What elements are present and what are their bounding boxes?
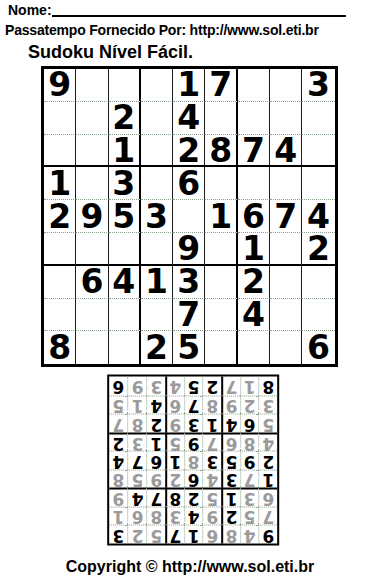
- given-digit: 6: [244, 415, 256, 432]
- name-row: Nome:: [8, 2, 346, 18]
- puzzle-cell-r3c5: 2: [173, 135, 205, 168]
- puzzle-cell-r5c2: 9: [76, 200, 108, 233]
- given-digit: 2: [206, 378, 218, 395]
- solved-digit: 7: [112, 415, 124, 432]
- name-fill-line: [52, 15, 346, 17]
- given-digit: 1: [112, 134, 135, 167]
- solved-digit: 4: [169, 378, 181, 395]
- given-digit: 2: [226, 508, 238, 525]
- puzzle-cell-r9c2: [76, 331, 108, 364]
- given-digit: 9: [80, 200, 103, 233]
- solved-digit: 9: [112, 490, 124, 507]
- given-digit: 2: [48, 200, 71, 233]
- solved-digit: 9: [206, 508, 218, 525]
- puzzle-cell-r1c5: 1: [173, 69, 205, 102]
- solution-cell-r4c4: 4: [202, 470, 221, 489]
- solution-cell-r5c9: 4: [109, 451, 128, 470]
- solved-digit: 7: [226, 378, 238, 395]
- puzzle-cell-r1c6: 7: [205, 69, 237, 102]
- given-digit: 3: [188, 415, 200, 432]
- given-digit: 6: [80, 265, 103, 298]
- given-digit: 3: [226, 471, 238, 488]
- given-digit: 3: [177, 265, 200, 298]
- solved-digit: 4: [244, 526, 256, 543]
- solution-cell-r1c8: 2: [128, 525, 147, 544]
- puzzle-cell-r3c3: 1: [109, 135, 141, 168]
- given-digit: 1: [177, 68, 200, 101]
- given-digit: 1: [150, 434, 162, 451]
- solved-digit: 4: [206, 471, 218, 488]
- puzzle-cell-r2c8: [270, 102, 302, 135]
- solved-digit: 8: [206, 397, 218, 414]
- solution-cell-r8c2: 2: [240, 396, 259, 415]
- solution-cell-r1c4: 6: [202, 525, 221, 544]
- puzzle-cell-r2c2: [76, 102, 108, 135]
- puzzle-cell-r7c8: [270, 266, 302, 299]
- puzzle-cell-r9c6: [205, 331, 237, 364]
- solved-digit: 7: [262, 508, 274, 525]
- solved-digit: 8: [188, 452, 200, 469]
- puzzle-cell-r1c8: [270, 69, 302, 102]
- given-digit: 2: [262, 452, 274, 469]
- solution-cell-r3c4: 5: [202, 488, 221, 507]
- solution-cell-r2c4: 9: [202, 507, 221, 526]
- puzzle-cell-r3c1: [44, 135, 76, 168]
- given-digit: 3: [145, 200, 168, 233]
- puzzle-cell-r3c8: 4: [270, 135, 302, 168]
- puzzle-cell-r5c3: 5: [109, 200, 141, 233]
- solution-cell-r1c1: 9: [259, 525, 278, 544]
- solution-cell-r4c5: 6: [184, 470, 203, 489]
- given-digit: 4: [307, 200, 330, 233]
- puzzle-cell-r7c2: 6: [76, 266, 108, 299]
- puzzle-cell-r4c2: [76, 167, 108, 200]
- puzzle-cell-r5c4: 3: [141, 200, 173, 233]
- given-digit: 7: [188, 397, 200, 414]
- given-digit: 8: [262, 378, 274, 395]
- solution-cell-r2c8: 6: [128, 507, 147, 526]
- given-digit: 4: [226, 415, 238, 432]
- solution-cell-r2c6: 3: [165, 507, 184, 526]
- solution-cell-r5c4: 3: [202, 451, 221, 470]
- given-digit: 9: [244, 452, 256, 469]
- given-digit: 7: [242, 134, 265, 167]
- given-digit: 7: [177, 298, 200, 331]
- solution-cell-r5c7: 6: [146, 451, 165, 470]
- puzzle-cell-r3c6: 8: [205, 135, 237, 168]
- sudoku-puzzle-grid: 917324128741362953167491264132748256: [41, 66, 338, 367]
- puzzle-cell-r4c7: [238, 167, 270, 200]
- solved-digit: 2: [132, 526, 144, 543]
- given-digit: 9: [262, 526, 274, 543]
- solution-cell-r6c6: 5: [165, 433, 184, 452]
- solved-digit: 6: [262, 490, 274, 507]
- given-digit: 8: [209, 134, 232, 167]
- given-digit: 4: [112, 265, 135, 298]
- puzzle-cell-r5c6: 1: [205, 200, 237, 233]
- given-digit: 1: [169, 452, 181, 469]
- solved-digit: 3: [150, 378, 162, 395]
- puzzle-cell-r2c9: [302, 102, 334, 135]
- solution-cell-r4c6: 2: [165, 470, 184, 489]
- solution-cell-r7c5: 3: [184, 414, 203, 433]
- given-digit: 1: [242, 232, 265, 265]
- solution-cell-r7c4: 1: [202, 414, 221, 433]
- puzzle-cell-r6c7: 1: [238, 233, 270, 266]
- solution-cell-r7c9: 7: [109, 414, 128, 433]
- solution-cell-r2c7: 8: [146, 507, 165, 526]
- solution-cell-r9c6: 4: [165, 377, 184, 396]
- solution-cell-r7c1: 5: [259, 414, 278, 433]
- given-digit: 3: [112, 526, 124, 543]
- given-digit: 6: [177, 167, 200, 200]
- solved-digit: 3: [169, 508, 181, 525]
- solution-cell-r4c8: 5: [128, 470, 147, 489]
- puzzle-cell-r6c2: [76, 233, 108, 266]
- puzzle-cell-r7c4: 1: [141, 266, 173, 299]
- puzzle-cell-r5c1: 2: [44, 200, 76, 233]
- given-digit: 9: [177, 232, 200, 265]
- puzzle-cell-r4c4: [141, 167, 173, 200]
- puzzle-cell-r6c1: [44, 233, 76, 266]
- solved-digit: 9: [150, 471, 162, 488]
- puzzle-cell-r4c3: 3: [109, 167, 141, 200]
- given-digit: 1: [145, 265, 168, 298]
- given-digit: 7: [169, 526, 181, 543]
- puzzle-cell-r5c8: 7: [270, 200, 302, 233]
- puzzle-cell-r8c6: [205, 299, 237, 332]
- puzzle-cell-r8c5: 7: [173, 299, 205, 332]
- solution-cell-r9c3: 7: [221, 377, 240, 396]
- given-digit: 5: [226, 452, 238, 469]
- solution-cell-r8c8: 1: [128, 396, 147, 415]
- puzzle-cell-r8c4: [141, 299, 173, 332]
- solution-cell-r6c1: 4: [259, 433, 278, 452]
- given-digit: 1: [209, 200, 232, 233]
- solved-digit: 2: [244, 397, 256, 414]
- solved-digit: 3: [244, 490, 256, 507]
- solved-digit: 8: [150, 508, 162, 525]
- puzzle-cell-r9c4: 2: [141, 331, 173, 364]
- given-digit: 2: [242, 265, 265, 298]
- solution-cell-r7c2: 6: [240, 414, 259, 433]
- given-digit: 2: [307, 232, 330, 265]
- solution-cell-r6c9: 2: [109, 433, 128, 452]
- solution-cell-r8c7: 4: [146, 396, 165, 415]
- puzzle-cell-r7c6: [205, 266, 237, 299]
- puzzle-cell-r1c1: 9: [44, 69, 76, 102]
- solution-cell-r3c7: 7: [146, 488, 165, 507]
- puzzle-cell-r2c3: 2: [109, 102, 141, 135]
- solution-cell-r3c8: 4: [128, 488, 147, 507]
- solved-digit: 5: [132, 471, 144, 488]
- solved-digit: 5: [206, 490, 218, 507]
- solution-cell-r1c9: 3: [109, 525, 128, 544]
- solution-cell-r2c3: 2: [221, 507, 240, 526]
- puzzle-cell-r6c3: [109, 233, 141, 266]
- given-digit: 7: [209, 68, 232, 101]
- page-title: Sudoku Nível Fácil.: [28, 42, 193, 63]
- solution-cell-r7c6: 9: [165, 414, 184, 433]
- puzzle-cell-r9c7: [238, 331, 270, 364]
- solution-cell-r1c2: 4: [240, 525, 259, 544]
- solution-cell-r7c7: 2: [146, 414, 165, 433]
- puzzle-cell-r7c7: 2: [238, 266, 270, 299]
- solved-digit: 1: [132, 397, 144, 414]
- puzzle-cell-r6c8: [270, 233, 302, 266]
- solution-cell-r8c1: 3: [259, 396, 278, 415]
- given-digit: 8: [169, 490, 181, 507]
- solution-cell-r7c8: 8: [128, 414, 147, 433]
- solved-digit: 9: [226, 397, 238, 414]
- puzzle-cell-r1c3: [109, 69, 141, 102]
- solution-cell-r4c1: 1: [259, 470, 278, 489]
- solution-cell-r9c8: 9: [128, 377, 147, 396]
- given-digit: 1: [262, 471, 274, 488]
- solution-cell-r6c3: 6: [221, 433, 240, 452]
- solution-cell-r5c5: 8: [184, 451, 203, 470]
- solution-cell-r3c1: 6: [259, 488, 278, 507]
- puzzle-cell-r7c9: [302, 266, 334, 299]
- puzzle-cell-r1c7: [238, 69, 270, 102]
- solution-cell-r9c7: 3: [146, 377, 165, 396]
- puzzle-cell-r9c8: [270, 331, 302, 364]
- puzzle-cell-r2c5: 4: [173, 102, 205, 135]
- solved-digit: 6: [206, 526, 218, 543]
- solution-cell-r6c8: 3: [128, 433, 147, 452]
- solution-cell-r3c6: 8: [165, 488, 184, 507]
- solution-cell-r2c5: 4: [184, 507, 203, 526]
- given-digit: 1: [188, 526, 200, 543]
- solved-digit: 7: [206, 434, 218, 451]
- solved-digit: 6: [226, 434, 238, 451]
- solution-cell-r8c4: 8: [202, 396, 221, 415]
- solved-digit: 9: [132, 378, 144, 395]
- given-digit: 1: [206, 415, 218, 432]
- solution-cell-r9c9: 6: [109, 377, 128, 396]
- copyright-line: Copyright © http://www.sol.eti.br: [0, 558, 380, 576]
- solution-cell-r6c4: 7: [202, 433, 221, 452]
- puzzle-cell-r6c4: [141, 233, 173, 266]
- puzzle-cell-r3c2: [76, 135, 108, 168]
- solution-cell-r3c2: 3: [240, 488, 259, 507]
- given-digit: 7: [132, 452, 144, 469]
- provider-line: Passatempo Fornecido Por: http://www.sol…: [5, 22, 319, 38]
- puzzle-cell-r7c3: 4: [109, 266, 141, 299]
- solved-digit: 1: [112, 508, 124, 525]
- puzzle-cell-r8c7: 4: [238, 299, 270, 332]
- given-digit: 6: [307, 331, 330, 364]
- given-digit: 4: [150, 397, 162, 414]
- given-digit: 3: [112, 167, 135, 200]
- puzzle-cell-r1c9: 3: [302, 69, 334, 102]
- solved-digit: 7: [244, 471, 256, 488]
- given-digit: 4: [132, 490, 144, 507]
- given-digit: 6: [242, 200, 265, 233]
- solution-cell-r3c5: 2: [184, 488, 203, 507]
- solution-cell-r4c3: 3: [221, 470, 240, 489]
- solution-cell-r9c1: 8: [259, 377, 278, 396]
- solved-digit: 8: [226, 526, 238, 543]
- solution-cell-r2c1: 7: [259, 507, 278, 526]
- solution-cell-r5c6: 1: [165, 451, 184, 470]
- puzzle-cell-r8c1: [44, 299, 76, 332]
- given-digit: 2: [112, 434, 124, 451]
- solution-cell-r9c4: 2: [202, 377, 221, 396]
- solved-digit: 6: [132, 508, 144, 525]
- worksheet-page: Nome: Passatempo Fornecido Por: http://w…: [0, 0, 380, 585]
- solved-digit: 3: [262, 397, 274, 414]
- given-digit: 5: [188, 378, 200, 395]
- given-digit: 9: [188, 434, 200, 451]
- solution-cell-r7c3: 4: [221, 414, 240, 433]
- solution-cell-r9c5: 5: [184, 377, 203, 396]
- solution-cell-r5c2: 9: [240, 451, 259, 470]
- puzzle-cell-r3c4: [141, 135, 173, 168]
- solution-cell-r5c8: 7: [128, 451, 147, 470]
- solution-cell-r8c6: 6: [165, 396, 184, 415]
- given-digit: 1: [48, 167, 71, 200]
- puzzle-cell-r8c2: [76, 299, 108, 332]
- puzzle-cell-r6c9: 2: [302, 233, 334, 266]
- given-digit: 4: [188, 508, 200, 525]
- solved-digit: 5: [169, 434, 181, 451]
- given-digit: 9: [48, 68, 71, 101]
- solved-digit: 9: [169, 415, 181, 432]
- solution-cell-r1c7: 5: [146, 525, 165, 544]
- solved-digit: 4: [262, 434, 274, 451]
- solution-cell-r4c7: 9: [146, 470, 165, 489]
- solution-cell-r6c5: 9: [184, 433, 203, 452]
- puzzle-cell-r2c7: [238, 102, 270, 135]
- solution-cell-r2c2: 5: [240, 507, 259, 526]
- puzzle-cell-r9c1: 8: [44, 331, 76, 364]
- given-digit: 7: [150, 490, 162, 507]
- given-digit: 1: [226, 490, 238, 507]
- given-digit: 4: [242, 298, 265, 331]
- given-digit: 7: [274, 200, 297, 233]
- solved-digit: 3: [132, 434, 144, 451]
- solution-cell-r3c9: 9: [109, 488, 128, 507]
- puzzle-cell-r4c5: 6: [173, 167, 205, 200]
- solved-digit: 2: [169, 471, 181, 488]
- given-digit: 5: [177, 331, 200, 364]
- sudoku-solution-grid-rotated: 9486175237529438616315287491734629582953…: [107, 375, 279, 546]
- solved-digit: 6: [169, 397, 181, 414]
- given-digit: 2: [177, 134, 200, 167]
- puzzle-cell-r8c9: [302, 299, 334, 332]
- solution-cell-r2c9: 1: [109, 507, 128, 526]
- solved-digit: 8: [112, 471, 124, 488]
- given-digit: 4: [112, 452, 124, 469]
- puzzle-cell-r9c9: 6: [302, 331, 334, 364]
- solution-cell-r1c5: 1: [184, 525, 203, 544]
- given-digit: 4: [274, 134, 297, 167]
- solved-digit: 5: [244, 508, 256, 525]
- solved-digit: 8: [132, 415, 144, 432]
- solution-cell-r1c3: 8: [221, 525, 240, 544]
- puzzle-cell-r2c1: [44, 102, 76, 135]
- puzzle-cell-r8c3: [109, 299, 141, 332]
- given-digit: 4: [177, 101, 200, 134]
- given-digit: 6: [188, 471, 200, 488]
- solved-digit: 1: [244, 378, 256, 395]
- solution-cell-r6c7: 1: [146, 433, 165, 452]
- puzzle-cell-r9c5: 5: [173, 331, 205, 364]
- solution-cell-r9c2: 1: [240, 377, 259, 396]
- given-digit: 6: [150, 452, 162, 469]
- solution-cell-r6c2: 8: [240, 433, 259, 452]
- solved-digit: 5: [262, 415, 274, 432]
- puzzle-cell-r6c5: 9: [173, 233, 205, 266]
- given-digit: 3: [206, 452, 218, 469]
- given-digit: 2: [150, 415, 162, 432]
- solved-digit: 8: [244, 434, 256, 451]
- given-digit: 3: [307, 68, 330, 101]
- solved-digit: 5: [150, 526, 162, 543]
- puzzle-cell-r2c4: [141, 102, 173, 135]
- solution-cell-r3c3: 1: [221, 488, 240, 507]
- puzzle-cell-r1c4: [141, 69, 173, 102]
- puzzle-cell-r4c1: 1: [44, 167, 76, 200]
- given-digit: 5: [112, 200, 135, 233]
- puzzle-cell-r4c6: [205, 167, 237, 200]
- puzzle-cell-r4c9: [302, 167, 334, 200]
- solution-cell-r5c3: 5: [221, 451, 240, 470]
- solution-cell-r8c9: 5: [109, 396, 128, 415]
- puzzle-cell-r1c2: [76, 69, 108, 102]
- puzzle-cell-r8c8: [270, 299, 302, 332]
- solution-cell-r8c5: 7: [184, 396, 203, 415]
- puzzle-cell-r3c9: [302, 135, 334, 168]
- given-digit: 6: [112, 378, 124, 395]
- given-digit: 2: [112, 101, 135, 134]
- puzzle-cell-r9c3: [109, 331, 141, 364]
- puzzle-cell-r2c6: [205, 102, 237, 135]
- given-digit: 2: [145, 331, 168, 364]
- solution-cell-r4c9: 8: [109, 470, 128, 489]
- solution-cell-r1c6: 7: [165, 525, 184, 544]
- puzzle-cell-r3c7: 7: [238, 135, 270, 168]
- given-digit: 2: [188, 490, 200, 507]
- puzzle-cell-r4c8: [270, 167, 302, 200]
- name-label: Nome:: [8, 2, 52, 18]
- solution-cell-r8c3: 9: [221, 396, 240, 415]
- solved-digit: 5: [112, 397, 124, 414]
- given-digit: 8: [48, 331, 71, 364]
- puzzle-cell-r7c1: [44, 266, 76, 299]
- puzzle-cell-r7c5: 3: [173, 266, 205, 299]
- solution-cell-r4c2: 7: [240, 470, 259, 489]
- solution-cell-r5c1: 2: [259, 451, 278, 470]
- puzzle-cell-r6c6: [205, 233, 237, 266]
